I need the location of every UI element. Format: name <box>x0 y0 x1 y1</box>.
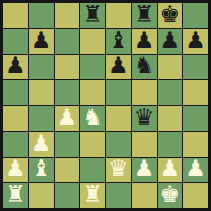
square-c4[interactable]: ♟ <box>55 106 80 131</box>
piece-black-pawn: ♟ <box>185 29 206 52</box>
square-g7[interactable]: ♟ <box>158 29 183 54</box>
square-a4[interactable] <box>3 106 28 131</box>
square-g4[interactable] <box>158 106 183 131</box>
piece-white-pawn: ♟ <box>134 158 155 181</box>
piece-black-king: ♚ <box>160 3 181 26</box>
chess-board-screenshot: ♜♜♚♟♝♟♟♟♟♟♞♟♞♛♟♟♝♛♟♟♟♜♜♚ <box>0 0 211 211</box>
square-b4[interactable] <box>29 106 54 131</box>
square-g5[interactable] <box>158 80 183 105</box>
square-h4[interactable] <box>183 106 208 131</box>
square-b8[interactable] <box>29 3 54 28</box>
piece-white-bishop: ♝ <box>31 158 52 181</box>
piece-black-pawn: ♟ <box>134 29 155 52</box>
piece-white-rook: ♜ <box>82 183 103 206</box>
square-e3[interactable] <box>106 132 131 157</box>
piece-black-bishop: ♝ <box>108 29 129 52</box>
square-h5[interactable] <box>183 80 208 105</box>
square-g6[interactable] <box>158 55 183 80</box>
square-b7[interactable]: ♟ <box>29 29 54 54</box>
square-d5[interactable] <box>80 80 105 105</box>
square-e1[interactable] <box>106 183 131 208</box>
square-b6[interactable] <box>29 55 54 80</box>
square-f1[interactable] <box>132 183 157 208</box>
square-b2[interactable]: ♝ <box>29 158 54 183</box>
square-f3[interactable] <box>132 132 157 157</box>
square-f2[interactable]: ♟ <box>132 158 157 183</box>
chess-board: ♜♜♚♟♝♟♟♟♟♟♞♟♞♛♟♟♝♛♟♟♟♜♜♚ <box>0 0 211 211</box>
square-g8[interactable]: ♚ <box>158 3 183 28</box>
piece-white-pawn: ♟ <box>31 132 52 155</box>
square-c7[interactable] <box>55 29 80 54</box>
square-e4[interactable] <box>106 106 131 131</box>
square-c6[interactable] <box>55 55 80 80</box>
square-d1[interactable]: ♜ <box>80 183 105 208</box>
piece-white-pawn: ♟ <box>160 158 181 181</box>
piece-black-rook: ♜ <box>134 3 155 26</box>
square-g1[interactable]: ♚ <box>158 183 183 208</box>
square-f5[interactable] <box>132 80 157 105</box>
square-c2[interactable] <box>55 158 80 183</box>
square-h3[interactable] <box>183 132 208 157</box>
piece-black-pawn: ♟ <box>31 29 52 52</box>
piece-white-pawn: ♟ <box>5 158 26 181</box>
square-a5[interactable] <box>3 80 28 105</box>
piece-white-queen: ♛ <box>108 158 129 181</box>
piece-white-pawn: ♟ <box>185 158 206 181</box>
piece-white-pawn: ♟ <box>57 106 78 129</box>
piece-white-king: ♚ <box>160 183 181 206</box>
square-d4[interactable]: ♞ <box>80 106 105 131</box>
piece-black-queen: ♛ <box>134 106 155 129</box>
square-d6[interactable] <box>80 55 105 80</box>
square-f8[interactable]: ♜ <box>132 3 157 28</box>
square-e2[interactable]: ♛ <box>106 158 131 183</box>
square-h8[interactable] <box>183 3 208 28</box>
square-e6[interactable]: ♟ <box>106 55 131 80</box>
piece-white-rook: ♜ <box>5 183 26 206</box>
square-d8[interactable]: ♜ <box>80 3 105 28</box>
square-h6[interactable] <box>183 55 208 80</box>
square-a2[interactable]: ♟ <box>3 158 28 183</box>
square-c8[interactable] <box>55 3 80 28</box>
square-f6[interactable]: ♞ <box>132 55 157 80</box>
square-e5[interactable] <box>106 80 131 105</box>
square-a3[interactable] <box>3 132 28 157</box>
square-a7[interactable] <box>3 29 28 54</box>
square-a6[interactable]: ♟ <box>3 55 28 80</box>
square-a8[interactable] <box>3 3 28 28</box>
square-e7[interactable]: ♝ <box>106 29 131 54</box>
piece-white-knight: ♞ <box>82 106 103 129</box>
square-g3[interactable] <box>158 132 183 157</box>
square-d7[interactable] <box>80 29 105 54</box>
piece-black-knight: ♞ <box>134 55 155 78</box>
square-b5[interactable] <box>29 80 54 105</box>
square-g2[interactable]: ♟ <box>158 158 183 183</box>
piece-black-pawn: ♟ <box>160 29 181 52</box>
square-c3[interactable] <box>55 132 80 157</box>
square-h2[interactable]: ♟ <box>183 158 208 183</box>
square-e8[interactable] <box>106 3 131 28</box>
square-h7[interactable]: ♟ <box>183 29 208 54</box>
square-h1[interactable] <box>183 183 208 208</box>
square-c5[interactable] <box>55 80 80 105</box>
square-d2[interactable] <box>80 158 105 183</box>
piece-black-rook: ♜ <box>82 3 103 26</box>
piece-black-pawn: ♟ <box>5 55 26 78</box>
square-d3[interactable] <box>80 132 105 157</box>
square-c1[interactable] <box>55 183 80 208</box>
square-b3[interactable]: ♟ <box>29 132 54 157</box>
square-f4[interactable]: ♛ <box>132 106 157 131</box>
piece-black-pawn: ♟ <box>108 55 129 78</box>
square-b1[interactable] <box>29 183 54 208</box>
square-f7[interactable]: ♟ <box>132 29 157 54</box>
square-a1[interactable]: ♜ <box>3 183 28 208</box>
